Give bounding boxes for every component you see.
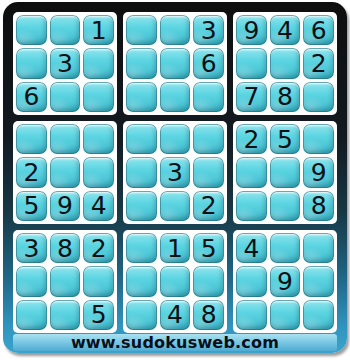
box-6: 2598 xyxy=(233,121,337,224)
cell-r1c1[interactable] xyxy=(16,15,47,45)
cell-r7c7[interactable]: 4 xyxy=(236,233,267,263)
cell-r3c8[interactable]: 8 xyxy=(270,82,301,112)
cell-r7c3[interactable]: 2 xyxy=(83,233,114,263)
cell-r6c5[interactable] xyxy=(160,191,191,221)
cell-r9c4[interactable] xyxy=(126,300,157,330)
sudoku-board: 1363694627825943225983825154849 www.sudo… xyxy=(3,2,347,353)
cell-r7c2[interactable]: 8 xyxy=(50,233,81,263)
cell-r1c5[interactable] xyxy=(160,15,191,45)
cell-r3c6[interactable] xyxy=(193,82,224,112)
cell-r5c2[interactable] xyxy=(50,157,81,187)
cell-r1c6[interactable]: 3 xyxy=(193,15,224,45)
cell-r2c8[interactable] xyxy=(270,48,301,78)
cell-r1c7[interactable]: 9 xyxy=(236,15,267,45)
cell-r8c9[interactable] xyxy=(303,266,334,296)
cell-r5c8[interactable] xyxy=(270,157,301,187)
cell-r9c5[interactable]: 4 xyxy=(160,300,191,330)
cell-r8c3[interactable] xyxy=(83,266,114,296)
cell-r3c4[interactable] xyxy=(126,82,157,112)
cell-r9c8[interactable] xyxy=(270,300,301,330)
cell-r2c5[interactable] xyxy=(160,48,191,78)
cell-r8c2[interactable] xyxy=(50,266,81,296)
cell-r6c2[interactable]: 9 xyxy=(50,191,81,221)
cell-r8c6[interactable] xyxy=(193,266,224,296)
cell-r3c7[interactable]: 7 xyxy=(236,82,267,112)
cell-r8c7[interactable] xyxy=(236,266,267,296)
cell-r9c1[interactable] xyxy=(16,300,47,330)
box-1: 136 xyxy=(13,12,117,115)
cell-r9c3[interactable]: 5 xyxy=(83,300,114,330)
box-8: 1548 xyxy=(123,230,227,333)
cell-r4c3[interactable] xyxy=(83,124,114,154)
boxes: 1363694627825943225983825154849 xyxy=(13,12,337,333)
cell-r7c4[interactable] xyxy=(126,233,157,263)
cell-r9c9[interactable] xyxy=(303,300,334,330)
cell-r5c4[interactable] xyxy=(126,157,157,187)
cell-r5c9[interactable]: 9 xyxy=(303,157,334,187)
cell-r4c1[interactable] xyxy=(16,124,47,154)
cell-r4c4[interactable] xyxy=(126,124,157,154)
cell-r5c5[interactable]: 3 xyxy=(160,157,191,187)
site-watermark: www.sudokusweb.com xyxy=(13,334,337,351)
box-2: 36 xyxy=(123,12,227,115)
cell-r6c6[interactable]: 2 xyxy=(193,191,224,221)
cell-r7c8[interactable] xyxy=(270,233,301,263)
cell-r8c1[interactable] xyxy=(16,266,47,296)
cell-r3c2[interactable] xyxy=(50,82,81,112)
cell-r6c4[interactable] xyxy=(126,191,157,221)
cell-r5c3[interactable] xyxy=(83,157,114,187)
cell-r4c8[interactable]: 5 xyxy=(270,124,301,154)
cell-r7c9[interactable] xyxy=(303,233,334,263)
cell-r5c1[interactable]: 2 xyxy=(16,157,47,187)
cell-r1c3[interactable]: 1 xyxy=(83,15,114,45)
cell-r5c7[interactable] xyxy=(236,157,267,187)
cell-r2c2[interactable]: 3 xyxy=(50,48,81,78)
cell-r4c6[interactable] xyxy=(193,124,224,154)
cell-r4c9[interactable] xyxy=(303,124,334,154)
cell-r6c1[interactable]: 5 xyxy=(16,191,47,221)
cell-r7c1[interactable]: 3 xyxy=(16,233,47,263)
cell-r2c1[interactable] xyxy=(16,48,47,78)
box-4: 2594 xyxy=(13,121,117,224)
cell-r3c5[interactable] xyxy=(160,82,191,112)
cell-r2c4[interactable] xyxy=(126,48,157,78)
cell-r7c5[interactable]: 1 xyxy=(160,233,191,263)
cell-r2c9[interactable]: 2 xyxy=(303,48,334,78)
cell-r3c9[interactable] xyxy=(303,82,334,112)
cell-r1c8[interactable]: 4 xyxy=(270,15,301,45)
cell-r7c6[interactable]: 5 xyxy=(193,233,224,263)
cell-r4c7[interactable]: 2 xyxy=(236,124,267,154)
cell-r8c8[interactable]: 9 xyxy=(270,266,301,296)
cell-r8c5[interactable] xyxy=(160,266,191,296)
cell-r6c9[interactable]: 8 xyxy=(303,191,334,221)
cell-r5c6[interactable] xyxy=(193,157,224,187)
box-9: 49 xyxy=(233,230,337,333)
cell-r1c9[interactable]: 6 xyxy=(303,15,334,45)
cell-r9c2[interactable] xyxy=(50,300,81,330)
cell-r1c4[interactable] xyxy=(126,15,157,45)
cell-r6c7[interactable] xyxy=(236,191,267,221)
cell-r3c1[interactable]: 6 xyxy=(16,82,47,112)
cell-r9c6[interactable]: 8 xyxy=(193,300,224,330)
cell-r6c8[interactable] xyxy=(270,191,301,221)
site-watermark-label: www.sudokusweb.com xyxy=(71,333,279,352)
cell-r2c6[interactable]: 6 xyxy=(193,48,224,78)
cell-r2c3[interactable] xyxy=(83,48,114,78)
cell-r4c2[interactable] xyxy=(50,124,81,154)
cell-r8c4[interactable] xyxy=(126,266,157,296)
cell-r6c3[interactable]: 4 xyxy=(83,191,114,221)
cell-r2c7[interactable] xyxy=(236,48,267,78)
box-5: 32 xyxy=(123,121,227,224)
cell-r1c2[interactable] xyxy=(50,15,81,45)
cell-r4c5[interactable] xyxy=(160,124,191,154)
box-7: 3825 xyxy=(13,230,117,333)
cell-r9c7[interactable] xyxy=(236,300,267,330)
cell-r3c3[interactable] xyxy=(83,82,114,112)
box-3: 946278 xyxy=(233,12,337,115)
